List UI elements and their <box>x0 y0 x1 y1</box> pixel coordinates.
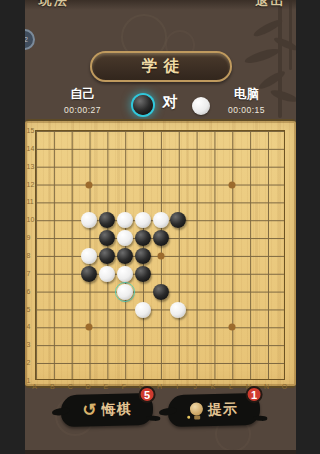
player-computer-name: 电脑 <box>215 86 279 103</box>
white-stone-G10 <box>135 212 151 228</box>
row-label-10: 10 <box>27 216 35 223</box>
player-computer-timer: 00:00:15 <box>215 105 279 115</box>
column-label-H: H <box>157 383 162 390</box>
column-label-L: L <box>229 383 233 390</box>
row-label-4: 4 <box>27 323 31 330</box>
row-label-1: 1 <box>27 377 31 384</box>
side-badge[interactable]: 12 <box>25 29 35 50</box>
player-self-name: 自己 <box>51 86 115 103</box>
row-label-7: 7 <box>27 269 31 276</box>
white-stone-F10 <box>117 212 133 228</box>
row-label-3: 3 <box>27 341 31 348</box>
black-stone-turn-indicator <box>133 95 153 115</box>
undo-clock-icon: ↺ <box>82 401 97 418</box>
white-stone-G5 <box>135 302 151 318</box>
board-grid[interactable] <box>35 130 285 380</box>
star-point-D12 <box>86 181 93 188</box>
game-screen: 玩法 退出 12 学徒 自己 00:00:27 对 电脑 00:00:15 AB… <box>25 0 296 454</box>
exit-button[interactable]: 退出 <box>256 0 286 10</box>
star-point-H8 <box>157 253 164 260</box>
undo-button[interactable]: ↺ 悔棋 5 <box>60 393 153 427</box>
player-self: 自己 00:00:27 <box>51 86 115 115</box>
row-label-9: 9 <box>27 234 31 241</box>
star-point-L4 <box>228 324 235 331</box>
row-label-8: 8 <box>27 252 31 259</box>
gomoku-board: ABCDEFGHIJKLMNO151413121110987654321 <box>25 119 296 388</box>
hint-label: 提示 <box>207 400 237 419</box>
black-stone-I10 <box>170 212 186 228</box>
column-label-E: E <box>104 383 109 390</box>
row-label-13: 13 <box>27 162 35 169</box>
black-stone-D7 <box>81 266 97 282</box>
vs-label: 对 <box>163 93 178 112</box>
difficulty-banner: 学徒 <box>90 51 232 82</box>
row-label-15: 15 <box>27 127 35 134</box>
black-stone-E10 <box>99 212 115 228</box>
column-label-F: F <box>122 383 126 390</box>
column-label-N: N <box>264 383 269 390</box>
undo-label: 悔棋 <box>101 400 131 419</box>
column-label-O: O <box>282 383 287 390</box>
black-stone-E9 <box>99 230 115 246</box>
row-label-2: 2 <box>27 359 31 366</box>
white-stone-F7 <box>117 266 133 282</box>
hint-button[interactable]: 提示 1 <box>167 393 260 427</box>
row-label-12: 12 <box>27 180 35 187</box>
rules-button[interactable]: 玩法 <box>39 0 69 10</box>
white-stone-E7 <box>99 266 115 282</box>
row-label-14: 14 <box>27 144 35 151</box>
star-point-D4 <box>86 324 93 331</box>
lightbulb-icon <box>189 402 202 419</box>
black-stone-G9 <box>135 230 151 246</box>
row-label-5: 5 <box>27 305 31 312</box>
column-label-I: I <box>176 383 178 390</box>
white-stone-D8 <box>81 248 97 264</box>
column-label-D: D <box>86 383 91 390</box>
black-stone-G7 <box>135 266 151 282</box>
white-stone-D10 <box>81 212 97 228</box>
bottom-strip <box>25 450 296 454</box>
last-move-marker <box>115 282 135 302</box>
row-label-6: 6 <box>27 287 31 294</box>
star-point-L12 <box>228 181 235 188</box>
column-label-A: A <box>32 383 37 390</box>
column-label-J: J <box>193 383 197 390</box>
hint-count-badge: 1 <box>245 386 262 403</box>
difficulty-label: 学徒 <box>136 56 186 77</box>
player-self-timer: 00:00:27 <box>51 105 115 115</box>
white-stone-H10 <box>153 212 169 228</box>
player-computer: 电脑 00:00:15 <box>215 86 279 115</box>
white-stone-F9 <box>117 230 133 246</box>
column-label-C: C <box>68 383 73 390</box>
row-label-11: 11 <box>27 198 34 205</box>
white-stone-indicator <box>192 97 210 115</box>
black-stone-F8 <box>117 248 133 264</box>
black-stone-E8 <box>99 248 115 264</box>
column-label-B: B <box>50 383 55 390</box>
undo-count-badge: 5 <box>138 386 155 403</box>
black-stone-G8 <box>135 248 151 264</box>
black-stone-H9 <box>153 230 169 246</box>
black-stone-H6 <box>153 284 169 300</box>
white-stone-I5 <box>170 302 186 318</box>
column-label-K: K <box>211 383 216 390</box>
